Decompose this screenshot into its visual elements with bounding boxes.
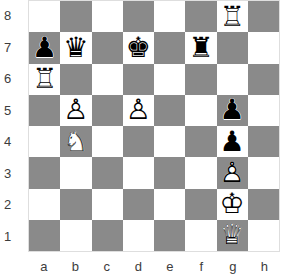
square-e3[interactable] [154, 157, 185, 188]
square-c6[interactable] [92, 64, 123, 95]
square-a6[interactable]: ♜♖ [29, 64, 60, 95]
square-h4[interactable] [248, 126, 279, 157]
square-g7[interactable] [217, 32, 248, 63]
piece-white-p-b5[interactable]: ♟♙ [60, 95, 91, 126]
square-e4[interactable] [154, 126, 185, 157]
piece-white-r-a6[interactable]: ♜♖ [29, 64, 60, 95]
piece-outline-layer: ♙ [60, 95, 91, 126]
square-g8[interactable]: ♜♖ [217, 1, 248, 32]
file-label-c: c [91, 252, 123, 280]
square-f3[interactable] [185, 157, 216, 188]
square-h2[interactable] [248, 189, 279, 220]
square-g1[interactable]: ♛♕ [217, 220, 248, 251]
file-labels: abcdefgh [28, 252, 280, 280]
square-c4[interactable] [92, 126, 123, 157]
piece-outline-layer: ♖ [217, 1, 248, 32]
rank-label-3: 3 [0, 158, 28, 190]
square-h8[interactable] [248, 1, 279, 32]
square-b8[interactable] [60, 1, 91, 32]
piece-outline-layer: ♔ [217, 189, 248, 220]
piece-outline-layer: ♕ [217, 220, 248, 251]
piece-solid-layer: ♟ [217, 95, 248, 126]
rank-label-4: 4 [0, 126, 28, 158]
square-c2[interactable] [92, 189, 123, 220]
square-d8[interactable] [123, 1, 154, 32]
piece-black-p-a7[interactable]: ♟ [29, 32, 60, 63]
square-e5[interactable] [154, 95, 185, 126]
piece-solid-layer: ♛ [60, 32, 91, 63]
square-b2[interactable] [60, 189, 91, 220]
square-h1[interactable] [248, 220, 279, 251]
square-f6[interactable] [185, 64, 216, 95]
square-d6[interactable] [123, 64, 154, 95]
square-f7[interactable]: ♜ [185, 32, 216, 63]
rank-label-6: 6 [0, 63, 28, 95]
square-c5[interactable] [92, 95, 123, 126]
square-h6[interactable] [248, 64, 279, 95]
square-a4[interactable] [29, 126, 60, 157]
square-b6[interactable] [60, 64, 91, 95]
square-d4[interactable] [123, 126, 154, 157]
file-label-a: a [28, 252, 60, 280]
square-d7[interactable]: ♚ [123, 32, 154, 63]
square-f5[interactable] [185, 95, 216, 126]
file-label-d: d [123, 252, 155, 280]
piece-solid-layer: ♟ [217, 126, 248, 157]
piece-solid-layer: ♟ [29, 32, 60, 63]
square-e2[interactable] [154, 189, 185, 220]
square-g2[interactable]: ♚♔ [217, 189, 248, 220]
square-h3[interactable] [248, 157, 279, 188]
file-label-e: e [154, 252, 186, 280]
square-b7[interactable]: ♛ [60, 32, 91, 63]
square-d3[interactable] [123, 157, 154, 188]
file-label-b: b [60, 252, 92, 280]
piece-white-p-g3[interactable]: ♟♙ [217, 157, 248, 188]
square-g6[interactable] [217, 64, 248, 95]
square-h7[interactable] [248, 32, 279, 63]
rank-label-8: 8 [0, 0, 28, 32]
rank-label-2: 2 [0, 189, 28, 221]
square-e1[interactable] [154, 220, 185, 251]
square-f4[interactable] [185, 126, 216, 157]
square-b1[interactable] [60, 220, 91, 251]
square-g3[interactable]: ♟♙ [217, 157, 248, 188]
square-e8[interactable] [154, 1, 185, 32]
chess-board: ♜♖♟♛♚♜♜♖♟♙♟♙♟♞♘♟♟♙♚♔♛♕ [28, 0, 280, 252]
square-c3[interactable] [92, 157, 123, 188]
square-c1[interactable] [92, 220, 123, 251]
piece-black-p-g5[interactable]: ♟ [217, 95, 248, 126]
chess-diagram: 87654321 ♜♖♟♛♚♜♜♖♟♙♟♙♟♞♘♟♟♙♚♔♛♕ abcdefgh [0, 0, 280, 280]
square-a3[interactable] [29, 157, 60, 188]
square-e6[interactable] [154, 64, 185, 95]
piece-black-p-g4[interactable]: ♟ [217, 126, 248, 157]
rank-label-1: 1 [0, 221, 28, 253]
square-g4[interactable]: ♟ [217, 126, 248, 157]
piece-black-r-f7[interactable]: ♜ [185, 32, 216, 63]
square-c7[interactable] [92, 32, 123, 63]
square-a8[interactable] [29, 1, 60, 32]
square-h5[interactable] [248, 95, 279, 126]
piece-white-n-b4[interactable]: ♞♘ [60, 126, 91, 157]
square-f2[interactable] [185, 189, 216, 220]
square-d2[interactable] [123, 189, 154, 220]
square-e7[interactable] [154, 32, 185, 63]
square-d1[interactable] [123, 220, 154, 251]
piece-black-q-b7[interactable]: ♛ [60, 32, 91, 63]
file-label-h: h [249, 252, 281, 280]
square-f1[interactable] [185, 220, 216, 251]
square-d5[interactable]: ♟♙ [123, 95, 154, 126]
piece-white-q-g1[interactable]: ♛♕ [217, 220, 248, 251]
rank-labels: 87654321 [0, 0, 28, 252]
piece-white-k-g2[interactable]: ♚♔ [217, 189, 248, 220]
square-a1[interactable] [29, 220, 60, 251]
rank-label-7: 7 [0, 32, 28, 64]
square-b3[interactable] [60, 157, 91, 188]
piece-outline-layer: ♘ [60, 126, 91, 157]
square-b4[interactable]: ♞♘ [60, 126, 91, 157]
square-b5[interactable]: ♟♙ [60, 95, 91, 126]
piece-solid-layer: ♚ [123, 32, 154, 63]
square-g5[interactable]: ♟ [217, 95, 248, 126]
piece-white-r-g8[interactable]: ♜♖ [217, 1, 248, 32]
piece-solid-layer: ♜ [185, 32, 216, 63]
piece-outline-layer: ♙ [123, 95, 154, 126]
file-label-g: g [217, 252, 249, 280]
square-f8[interactable] [185, 1, 216, 32]
square-c8[interactable] [92, 1, 123, 32]
rank-label-5: 5 [0, 95, 28, 127]
piece-outline-layer: ♙ [217, 157, 248, 188]
piece-white-p-d5[interactable]: ♟♙ [123, 95, 154, 126]
piece-black-k-d7[interactable]: ♚ [123, 32, 154, 63]
square-a5[interactable] [29, 95, 60, 126]
file-label-f: f [186, 252, 218, 280]
square-a7[interactable]: ♟ [29, 32, 60, 63]
square-a2[interactable] [29, 189, 60, 220]
piece-outline-layer: ♖ [29, 64, 60, 95]
